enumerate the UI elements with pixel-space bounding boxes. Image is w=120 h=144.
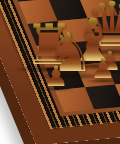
- chess-set-photo: ♜ ♟ ♟ ♞ ♝ ♟ ♛ ♟: [0, 0, 120, 144]
- chess-piece-pawn: ♟: [89, 55, 117, 83]
- chess-piece-pawn: ♟: [42, 63, 70, 91]
